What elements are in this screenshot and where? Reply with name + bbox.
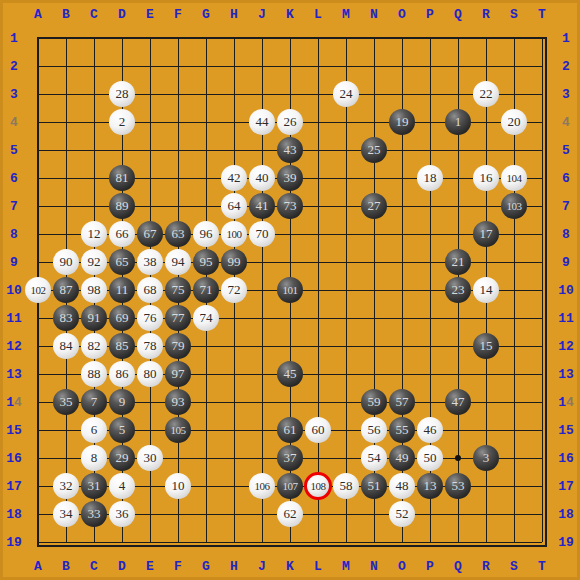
col-label-top-N: N bbox=[360, 7, 388, 21]
stone-O17: 48 bbox=[389, 473, 415, 499]
stone-J6: 40 bbox=[249, 165, 275, 191]
stone-O18: 52 bbox=[389, 501, 415, 527]
stone-N15: 56 bbox=[361, 417, 387, 443]
move-number: 82 bbox=[88, 338, 101, 354]
move-number: 107 bbox=[283, 480, 298, 492]
stone-B11: 83 bbox=[53, 305, 79, 331]
move-number: 14 bbox=[480, 282, 493, 298]
stone-L15: 60 bbox=[305, 417, 331, 443]
stone-F15: 105 bbox=[165, 417, 191, 443]
stone-D17: 4 bbox=[109, 473, 135, 499]
stone-D4: 2 bbox=[109, 109, 135, 135]
move-number: 103 bbox=[507, 200, 522, 212]
stone-C13: 88 bbox=[81, 361, 107, 387]
move-number: 108 bbox=[311, 480, 326, 492]
move-number: 13 bbox=[424, 478, 437, 494]
stone-B14: 35 bbox=[53, 389, 79, 415]
row-label-right-9: 9 bbox=[552, 255, 580, 269]
col-label-bottom-C: C bbox=[80, 559, 108, 573]
stone-D18: 36 bbox=[109, 501, 135, 527]
move-number: 45 bbox=[284, 366, 297, 382]
row-label-left-18: 18 bbox=[0, 507, 28, 521]
stone-C14: 7 bbox=[81, 389, 107, 415]
stone-P6: 18 bbox=[417, 165, 443, 191]
move-number: 92 bbox=[88, 254, 101, 270]
move-number: 76 bbox=[144, 310, 157, 326]
stone-K13: 45 bbox=[277, 361, 303, 387]
move-number: 84 bbox=[60, 338, 73, 354]
col-label-bottom-H: H bbox=[220, 559, 248, 573]
stone-K16: 37 bbox=[277, 445, 303, 471]
move-number: 85 bbox=[116, 338, 129, 354]
move-number: 105 bbox=[171, 424, 186, 436]
move-number: 11 bbox=[116, 282, 129, 298]
move-number: 30 bbox=[144, 450, 157, 466]
col-label-top-E: E bbox=[136, 7, 164, 21]
row-label-right-13: 13 bbox=[552, 367, 580, 381]
stone-C11: 91 bbox=[81, 305, 107, 331]
stone-D16: 29 bbox=[109, 445, 135, 471]
stone-P15: 46 bbox=[417, 417, 443, 443]
stone-E13: 80 bbox=[137, 361, 163, 387]
row-label-right-7: 7 bbox=[552, 199, 580, 213]
move-number: 95 bbox=[200, 254, 213, 270]
move-number: 20 bbox=[508, 114, 521, 130]
move-number: 5 bbox=[119, 422, 126, 438]
stone-R12: 15 bbox=[473, 333, 499, 359]
move-number: 79 bbox=[172, 338, 185, 354]
move-number: 27 bbox=[368, 198, 381, 214]
move-number: 81 bbox=[116, 170, 129, 186]
col-label-top-G: G bbox=[192, 7, 220, 21]
stone-R8: 17 bbox=[473, 221, 499, 247]
move-number: 37 bbox=[284, 450, 297, 466]
col-label-bottom-Q: Q bbox=[444, 559, 472, 573]
stone-R16: 3 bbox=[473, 445, 499, 471]
move-number: 29 bbox=[116, 450, 129, 466]
stone-F9: 94 bbox=[165, 249, 191, 275]
move-number: 93 bbox=[172, 394, 185, 410]
stone-P17: 13 bbox=[417, 473, 443, 499]
stone-M3: 24 bbox=[333, 81, 359, 107]
col-label-top-L: L bbox=[304, 7, 332, 21]
stone-C16: 8 bbox=[81, 445, 107, 471]
stone-F10: 75 bbox=[165, 277, 191, 303]
row-label-left-17: 17 bbox=[0, 479, 28, 493]
move-number: 104 bbox=[507, 172, 522, 184]
stone-B12: 84 bbox=[53, 333, 79, 359]
stone-C18: 33 bbox=[81, 501, 107, 527]
stone-F12: 79 bbox=[165, 333, 191, 359]
stone-K10: 101 bbox=[277, 277, 303, 303]
stone-C17: 31 bbox=[81, 473, 107, 499]
col-label-top-T: T bbox=[528, 7, 556, 21]
stone-D8: 66 bbox=[109, 221, 135, 247]
move-number: 61 bbox=[284, 422, 297, 438]
stone-S7: 103 bbox=[501, 193, 527, 219]
stone-D3: 28 bbox=[109, 81, 135, 107]
move-number: 47 bbox=[452, 394, 465, 410]
move-number: 18 bbox=[424, 170, 437, 186]
move-number: 97 bbox=[172, 366, 185, 382]
stone-G11: 74 bbox=[193, 305, 219, 331]
row-label-left-1: 1 bbox=[0, 31, 28, 45]
move-number: 50 bbox=[424, 450, 437, 466]
stone-D6: 81 bbox=[109, 165, 135, 191]
move-number: 101 bbox=[283, 284, 298, 296]
stone-G8: 96 bbox=[193, 221, 219, 247]
move-number: 40 bbox=[256, 170, 269, 186]
stone-R10: 14 bbox=[473, 277, 499, 303]
col-label-top-H: H bbox=[220, 7, 248, 21]
move-number: 24 bbox=[340, 86, 353, 102]
row-label-left-3: 3 bbox=[0, 87, 28, 101]
col-label-top-D: D bbox=[108, 7, 136, 21]
move-number: 60 bbox=[312, 422, 325, 438]
col-label-bottom-J: J bbox=[248, 559, 276, 573]
move-number: 69 bbox=[116, 310, 129, 326]
row-label-right-12: 12 bbox=[552, 339, 580, 353]
col-label-bottom-L: L bbox=[304, 559, 332, 573]
stone-H10: 72 bbox=[221, 277, 247, 303]
col-label-top-J: J bbox=[248, 7, 276, 21]
col-label-bottom-D: D bbox=[108, 559, 136, 573]
move-number: 67 bbox=[144, 226, 157, 242]
row-label-right-11: 11 bbox=[552, 311, 580, 325]
row-label-left-12: 12 bbox=[0, 339, 28, 353]
stone-R6: 16 bbox=[473, 165, 499, 191]
move-number: 59 bbox=[368, 394, 381, 410]
col-label-top-Q: Q bbox=[444, 7, 472, 21]
col-label-bottom-F: F bbox=[164, 559, 192, 573]
move-number: 54 bbox=[368, 450, 381, 466]
move-number: 51 bbox=[368, 478, 381, 494]
stone-D11: 69 bbox=[109, 305, 135, 331]
row-label-right-4: 4 bbox=[552, 115, 580, 129]
col-label-bottom-P: P bbox=[416, 559, 444, 573]
move-number: 44 bbox=[256, 114, 269, 130]
move-number: 15 bbox=[480, 338, 493, 354]
move-number: 75 bbox=[172, 282, 185, 298]
stone-G9: 95 bbox=[193, 249, 219, 275]
stone-H9: 99 bbox=[221, 249, 247, 275]
move-number: 71 bbox=[200, 282, 213, 298]
move-number: 102 bbox=[31, 284, 46, 296]
stone-H6: 42 bbox=[221, 165, 247, 191]
move-number: 2 bbox=[119, 114, 126, 130]
move-number: 32 bbox=[60, 478, 73, 494]
move-number: 72 bbox=[228, 282, 241, 298]
col-label-top-K: K bbox=[276, 7, 304, 21]
row-label-right-8: 8 bbox=[552, 227, 580, 241]
stone-Q14: 47 bbox=[445, 389, 471, 415]
row-label-right-1: 1 bbox=[552, 31, 580, 45]
move-number: 77 bbox=[172, 310, 185, 326]
stone-R3: 22 bbox=[473, 81, 499, 107]
stone-B17: 32 bbox=[53, 473, 79, 499]
stone-D13: 86 bbox=[109, 361, 135, 387]
stone-K18: 62 bbox=[277, 501, 303, 527]
move-number: 89 bbox=[116, 198, 129, 214]
stone-J8: 70 bbox=[249, 221, 275, 247]
col-label-bottom-G: G bbox=[192, 559, 220, 573]
col-label-top-P: P bbox=[416, 7, 444, 21]
move-number: 3 bbox=[483, 450, 490, 466]
move-number: 65 bbox=[116, 254, 129, 270]
stone-E8: 67 bbox=[137, 221, 163, 247]
move-number: 26 bbox=[284, 114, 297, 130]
move-number: 43 bbox=[284, 142, 297, 158]
row-label-right-19: 19 bbox=[552, 535, 580, 549]
stone-N14: 59 bbox=[361, 389, 387, 415]
stone-A10: 102 bbox=[25, 277, 51, 303]
row-label-right-18: 18 bbox=[552, 507, 580, 521]
stone-E10: 68 bbox=[137, 277, 163, 303]
move-number: 12 bbox=[88, 226, 101, 242]
stone-E16: 30 bbox=[137, 445, 163, 471]
stone-D15: 5 bbox=[109, 417, 135, 443]
move-number: 28 bbox=[116, 86, 129, 102]
stone-N16: 54 bbox=[361, 445, 387, 471]
col-label-top-A: A bbox=[24, 7, 52, 21]
stone-E11: 76 bbox=[137, 305, 163, 331]
move-number: 48 bbox=[396, 478, 409, 494]
stone-O4: 19 bbox=[389, 109, 415, 135]
row-label-left-8: 8 bbox=[0, 227, 28, 241]
row-label-right-17: 17 bbox=[552, 479, 580, 493]
move-number: 16 bbox=[480, 170, 493, 186]
move-number: 41 bbox=[256, 198, 269, 214]
move-number: 87 bbox=[60, 282, 73, 298]
row-label-left-13: 13 bbox=[0, 367, 28, 381]
stone-J7: 41 bbox=[249, 193, 275, 219]
move-number: 58 bbox=[340, 478, 353, 494]
move-number: 56 bbox=[368, 422, 381, 438]
stone-L17-last-move: 108 bbox=[304, 472, 332, 500]
stone-Q10: 23 bbox=[445, 277, 471, 303]
stone-J4: 44 bbox=[249, 109, 275, 135]
col-label-top-C: C bbox=[80, 7, 108, 21]
col-label-bottom-M: M bbox=[332, 559, 360, 573]
col-label-bottom-S: S bbox=[500, 559, 528, 573]
row-label-right-2: 2 bbox=[552, 59, 580, 73]
move-number: 4 bbox=[119, 478, 126, 494]
stone-C8: 12 bbox=[81, 221, 107, 247]
move-number: 57 bbox=[396, 394, 409, 410]
row-label-left-4: 4 bbox=[0, 115, 28, 129]
col-label-bottom-T: T bbox=[528, 559, 556, 573]
stone-K6: 39 bbox=[277, 165, 303, 191]
stone-K5: 43 bbox=[277, 137, 303, 163]
row-label-left-10: 10 bbox=[0, 283, 28, 297]
move-number: 106 bbox=[255, 480, 270, 492]
row-label-left-16: 16 bbox=[0, 451, 28, 465]
stone-C10: 98 bbox=[81, 277, 107, 303]
stone-N5: 25 bbox=[361, 137, 387, 163]
move-number: 7 bbox=[91, 394, 98, 410]
move-number: 35 bbox=[60, 394, 73, 410]
move-number: 52 bbox=[396, 506, 409, 522]
stone-B9: 90 bbox=[53, 249, 79, 275]
stone-B10: 87 bbox=[53, 277, 79, 303]
move-number: 22 bbox=[480, 86, 493, 102]
col-label-bottom-O: O bbox=[388, 559, 416, 573]
stone-D9: 65 bbox=[109, 249, 135, 275]
move-number: 99 bbox=[228, 254, 241, 270]
move-number: 94 bbox=[172, 254, 185, 270]
row-label-right-6: 6 bbox=[552, 171, 580, 185]
stone-F8: 63 bbox=[165, 221, 191, 247]
stone-J17: 106 bbox=[249, 473, 275, 499]
col-label-top-R: R bbox=[472, 7, 500, 21]
row-label-left-14: 14 bbox=[0, 395, 28, 409]
move-number: 49 bbox=[396, 450, 409, 466]
move-number: 25 bbox=[368, 142, 381, 158]
stone-E12: 78 bbox=[137, 333, 163, 359]
col-label-bottom-A: A bbox=[24, 559, 52, 573]
move-number: 91 bbox=[88, 310, 101, 326]
move-number: 33 bbox=[88, 506, 101, 522]
move-number: 83 bbox=[60, 310, 73, 326]
move-number: 42 bbox=[228, 170, 241, 186]
stone-F11: 77 bbox=[165, 305, 191, 331]
row-label-right-16: 16 bbox=[552, 451, 580, 465]
stone-H7: 64 bbox=[221, 193, 247, 219]
move-number: 31 bbox=[88, 478, 101, 494]
star-point-Q16 bbox=[455, 455, 461, 461]
col-label-bottom-E: E bbox=[136, 559, 164, 573]
col-label-bottom-N: N bbox=[360, 559, 388, 573]
move-number: 86 bbox=[116, 366, 129, 382]
col-label-bottom-K: K bbox=[276, 559, 304, 573]
move-number: 68 bbox=[144, 282, 157, 298]
stone-S4: 20 bbox=[501, 109, 527, 135]
move-number: 88 bbox=[88, 366, 101, 382]
stone-F14: 93 bbox=[165, 389, 191, 415]
row-label-right-5: 5 bbox=[552, 143, 580, 157]
col-label-top-O: O bbox=[388, 7, 416, 21]
move-number: 19 bbox=[396, 114, 409, 130]
col-label-top-B: B bbox=[52, 7, 80, 21]
row-label-right-15: 15 bbox=[552, 423, 580, 437]
stone-B18: 34 bbox=[53, 501, 79, 527]
move-number: 55 bbox=[396, 422, 409, 438]
stone-O15: 55 bbox=[389, 417, 415, 443]
move-number: 78 bbox=[144, 338, 157, 354]
stone-E9: 38 bbox=[137, 249, 163, 275]
move-number: 90 bbox=[60, 254, 73, 270]
stone-K15: 61 bbox=[277, 417, 303, 443]
stone-D12: 85 bbox=[109, 333, 135, 359]
move-number: 38 bbox=[144, 254, 157, 270]
move-number: 10 bbox=[172, 478, 185, 494]
move-number: 98 bbox=[88, 282, 101, 298]
row-label-left-6: 6 bbox=[0, 171, 28, 185]
row-label-right-14: 14 bbox=[552, 395, 580, 409]
stone-H8: 100 bbox=[221, 221, 247, 247]
row-label-left-19: 19 bbox=[0, 535, 28, 549]
stone-G10: 71 bbox=[193, 277, 219, 303]
row-label-left-2: 2 bbox=[0, 59, 28, 73]
move-number: 80 bbox=[144, 366, 157, 382]
stone-C12: 82 bbox=[81, 333, 107, 359]
stone-K7: 73 bbox=[277, 193, 303, 219]
move-number: 34 bbox=[60, 506, 73, 522]
col-label-bottom-B: B bbox=[52, 559, 80, 573]
stone-Q17: 53 bbox=[445, 473, 471, 499]
move-number: 1 bbox=[455, 114, 462, 130]
stone-N17: 51 bbox=[361, 473, 387, 499]
stone-Q9: 21 bbox=[445, 249, 471, 275]
col-label-top-S: S bbox=[500, 7, 528, 21]
row-label-left-7: 7 bbox=[0, 199, 28, 213]
move-number: 70 bbox=[256, 226, 269, 242]
move-number: 23 bbox=[452, 282, 465, 298]
row-label-left-11: 11 bbox=[0, 311, 28, 325]
stone-K4: 26 bbox=[277, 109, 303, 135]
move-number: 62 bbox=[284, 506, 297, 522]
stone-C15: 6 bbox=[81, 417, 107, 443]
stone-P16: 50 bbox=[417, 445, 443, 471]
move-number: 6 bbox=[91, 422, 98, 438]
move-number: 17 bbox=[480, 226, 493, 242]
move-number: 8 bbox=[91, 450, 98, 466]
move-number: 21 bbox=[452, 254, 465, 270]
row-label-left-5: 5 bbox=[0, 143, 28, 157]
row-label-left-15: 15 bbox=[0, 423, 28, 437]
move-number: 96 bbox=[200, 226, 213, 242]
row-label-right-10: 10 bbox=[552, 283, 580, 297]
stone-N7: 27 bbox=[361, 193, 387, 219]
move-number: 100 bbox=[227, 228, 242, 240]
go-board[interactable]: AABBCCDDEEFFGGHHJJKKLLMMNNOOPPQQRRSSTT11… bbox=[0, 0, 580, 580]
stone-O16: 49 bbox=[389, 445, 415, 471]
stone-F13: 97 bbox=[165, 361, 191, 387]
move-number: 64 bbox=[228, 198, 241, 214]
move-number: 36 bbox=[116, 506, 129, 522]
col-label-top-M: M bbox=[332, 7, 360, 21]
stone-K17: 107 bbox=[277, 473, 303, 499]
row-label-right-3: 3 bbox=[552, 87, 580, 101]
stone-O14: 57 bbox=[389, 389, 415, 415]
stone-F17: 10 bbox=[165, 473, 191, 499]
move-number: 74 bbox=[200, 310, 213, 326]
stone-D7: 89 bbox=[109, 193, 135, 219]
stone-Q4: 1 bbox=[445, 109, 471, 135]
stone-D14: 9 bbox=[109, 389, 135, 415]
move-number: 73 bbox=[284, 198, 297, 214]
stone-C9: 92 bbox=[81, 249, 107, 275]
col-label-top-F: F bbox=[164, 7, 192, 21]
move-number: 39 bbox=[284, 170, 297, 186]
move-number: 46 bbox=[424, 422, 437, 438]
stone-S6: 104 bbox=[501, 165, 527, 191]
move-number: 53 bbox=[452, 478, 465, 494]
col-label-bottom-R: R bbox=[472, 559, 500, 573]
move-number: 66 bbox=[116, 226, 129, 242]
move-number: 63 bbox=[172, 226, 185, 242]
stone-D10: 11 bbox=[109, 277, 135, 303]
row-label-left-9: 9 bbox=[0, 255, 28, 269]
move-number: 9 bbox=[119, 394, 126, 410]
stone-M17: 58 bbox=[333, 473, 359, 499]
